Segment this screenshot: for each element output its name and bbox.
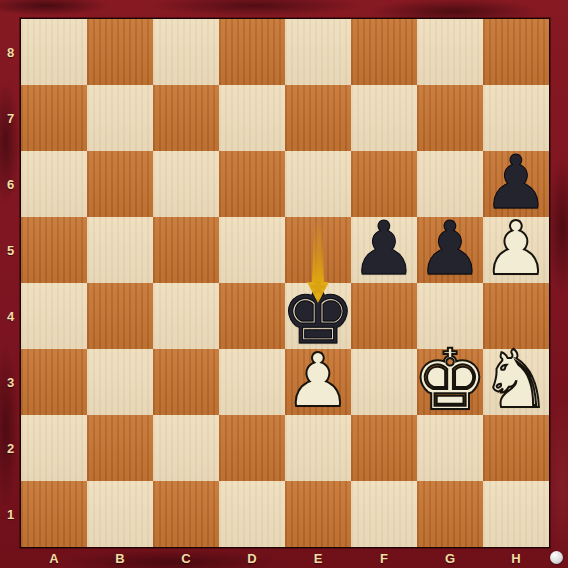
- square-a4[interactable]: [21, 283, 87, 349]
- file-label-f: F: [351, 548, 417, 568]
- square-b7[interactable]: [87, 85, 153, 151]
- square-c4[interactable]: [153, 283, 219, 349]
- file-label-g: G: [417, 548, 483, 568]
- rank-label-4: 4: [0, 283, 21, 349]
- square-f2[interactable]: [351, 415, 417, 481]
- square-d4[interactable]: [219, 283, 285, 349]
- square-f4[interactable]: [351, 283, 417, 349]
- rank-label-6: 6: [0, 151, 21, 217]
- square-b3[interactable]: [87, 349, 153, 415]
- file-label-a: A: [21, 548, 87, 568]
- side-to-move-indicator: [550, 551, 563, 564]
- chess-board[interactable]: ♟♟♟♟♚♟♚♞: [21, 19, 549, 547]
- rank-label-5: 5: [0, 217, 21, 283]
- square-d8[interactable]: [219, 19, 285, 85]
- square-c3[interactable]: [153, 349, 219, 415]
- piece-white-pawn[interactable]: ♟: [285, 343, 351, 417]
- file-label-c: C: [153, 548, 219, 568]
- square-b1[interactable]: [87, 481, 153, 547]
- square-c1[interactable]: [153, 481, 219, 547]
- square-f7[interactable]: [351, 85, 417, 151]
- rank-label-3: 3: [0, 349, 21, 415]
- square-b4[interactable]: [87, 283, 153, 349]
- piece-black-pawn[interactable]: ♟: [417, 211, 483, 285]
- chessboard-frame: 87654321 ABCDEFGH ♟♟♟♟♚♟♚♞: [0, 0, 568, 568]
- square-f1[interactable]: [351, 481, 417, 547]
- piece-black-pawn[interactable]: ♟: [351, 211, 417, 285]
- rank-label-1: 1: [0, 481, 21, 547]
- square-e7[interactable]: [285, 85, 351, 151]
- file-label-b: B: [87, 548, 153, 568]
- square-b6[interactable]: [87, 151, 153, 217]
- square-g7[interactable]: [417, 85, 483, 151]
- file-label-h: H: [483, 548, 549, 568]
- square-d6[interactable]: [219, 151, 285, 217]
- rank-label-7: 7: [0, 85, 21, 151]
- square-e1[interactable]: [285, 481, 351, 547]
- square-f3[interactable]: [351, 349, 417, 415]
- square-d5[interactable]: [219, 217, 285, 283]
- square-c7[interactable]: [153, 85, 219, 151]
- square-e6[interactable]: [285, 151, 351, 217]
- square-f5[interactable]: ♟: [351, 217, 417, 283]
- square-h5[interactable]: ♟: [483, 217, 549, 283]
- piece-white-king[interactable]: ♚: [412, 338, 487, 422]
- square-b5[interactable]: [87, 217, 153, 283]
- square-a2[interactable]: [21, 415, 87, 481]
- square-e2[interactable]: [285, 415, 351, 481]
- square-d1[interactable]: [219, 481, 285, 547]
- square-c5[interactable]: [153, 217, 219, 283]
- square-g8[interactable]: [417, 19, 483, 85]
- square-h3[interactable]: ♞: [483, 349, 549, 415]
- square-a3[interactable]: [21, 349, 87, 415]
- rank-label-2: 2: [0, 415, 21, 481]
- square-b2[interactable]: [87, 415, 153, 481]
- square-c6[interactable]: [153, 151, 219, 217]
- piece-white-pawn[interactable]: ♟: [483, 211, 549, 285]
- square-g1[interactable]: [417, 481, 483, 547]
- square-e3[interactable]: ♟: [285, 349, 351, 415]
- square-h8[interactable]: [483, 19, 549, 85]
- square-g5[interactable]: ♟: [417, 217, 483, 283]
- square-f8[interactable]: [351, 19, 417, 85]
- square-a5[interactable]: [21, 217, 87, 283]
- square-g3[interactable]: ♚: [417, 349, 483, 415]
- rank-label-8: 8: [0, 19, 21, 85]
- file-label-e: E: [285, 548, 351, 568]
- square-c2[interactable]: [153, 415, 219, 481]
- square-a1[interactable]: [21, 481, 87, 547]
- square-e8[interactable]: [285, 19, 351, 85]
- file-label-d: D: [219, 548, 285, 568]
- square-a8[interactable]: [21, 19, 87, 85]
- piece-white-knight[interactable]: ♞: [480, 340, 552, 420]
- square-a6[interactable]: [21, 151, 87, 217]
- square-b8[interactable]: [87, 19, 153, 85]
- square-h1[interactable]: [483, 481, 549, 547]
- square-c8[interactable]: [153, 19, 219, 85]
- square-d7[interactable]: [219, 85, 285, 151]
- square-d3[interactable]: [219, 349, 285, 415]
- square-d2[interactable]: [219, 415, 285, 481]
- square-a7[interactable]: [21, 85, 87, 151]
